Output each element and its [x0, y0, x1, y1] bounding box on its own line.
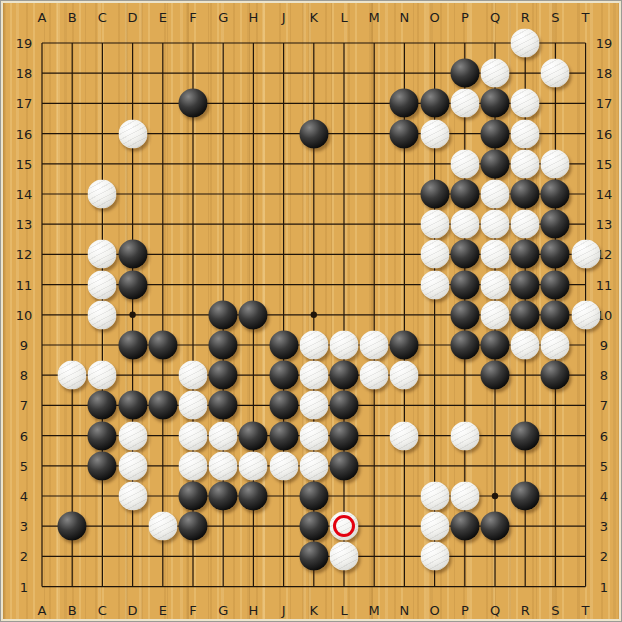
row-label-left-10: 10: [16, 308, 33, 321]
col-label-bottom-C: C: [98, 604, 107, 617]
col-label-top-A: A: [38, 11, 47, 24]
stone-black[interactable]: [330, 451, 359, 480]
stone-white[interactable]: [58, 361, 87, 390]
stone-white[interactable]: [239, 451, 268, 480]
stone-white[interactable]: [299, 361, 328, 390]
stone-black[interactable]: [390, 89, 419, 118]
col-label-top-S: S: [551, 11, 559, 24]
col-label-bottom-A: A: [38, 604, 47, 617]
stone-white[interactable]: [118, 119, 147, 148]
stone-black[interactable]: [541, 180, 570, 209]
stone-white[interactable]: [179, 391, 208, 420]
row-label-right-18: 18: [596, 67, 613, 80]
stone-black[interactable]: [511, 270, 540, 299]
stone-black[interactable]: [481, 512, 510, 541]
col-label-bottom-G: G: [218, 604, 228, 617]
stone-black[interactable]: [118, 240, 147, 269]
row-label-left-19: 19: [16, 37, 33, 50]
stone-white[interactable]: [511, 119, 540, 148]
stone-black[interactable]: [330, 391, 359, 420]
stone-white[interactable]: [511, 89, 540, 118]
go-board[interactable]: AABBCCDDEEFFGGHHJJKKLLMMNNOOPPQQRRSSTT19…: [3, 3, 619, 619]
row-label-right-1: 1: [600, 580, 608, 593]
col-label-top-L: L: [340, 11, 347, 24]
stone-black[interactable]: [269, 391, 298, 420]
stone-white[interactable]: [299, 331, 328, 360]
stone-white[interactable]: [481, 210, 510, 239]
stone-white[interactable]: [179, 361, 208, 390]
col-label-bottom-P: P: [461, 604, 469, 617]
row-label-right-6: 6: [600, 429, 608, 442]
stone-white[interactable]: [420, 512, 449, 541]
row-label-right-4: 4: [600, 490, 608, 503]
stone-white[interactable]: [118, 482, 147, 511]
row-label-left-12: 12: [16, 248, 33, 261]
stone-black[interactable]: [450, 240, 479, 269]
row-label-left-18: 18: [16, 67, 33, 80]
board-frame: AABBCCDDEEFFGGHHJJKKLLMMNNOOPPQQRRSSTT19…: [0, 0, 622, 622]
col-label-top-B: B: [68, 11, 77, 24]
row-label-right-9: 9: [600, 339, 608, 352]
stone-black[interactable]: [481, 361, 510, 390]
col-label-bottom-M: M: [369, 604, 380, 617]
row-label-left-1: 1: [20, 580, 28, 593]
stone-white[interactable]: [88, 270, 117, 299]
stone-white[interactable]: [481, 59, 510, 88]
row-label-left-14: 14: [16, 188, 33, 201]
stone-black[interactable]: [511, 421, 540, 450]
row-label-right-16: 16: [596, 127, 613, 140]
stone-black[interactable]: [420, 89, 449, 118]
stone-white[interactable]: [571, 300, 600, 329]
stone-white[interactable]: [299, 421, 328, 450]
stone-black[interactable]: [269, 331, 298, 360]
stone-black[interactable]: [88, 421, 117, 450]
col-label-top-F: F: [189, 11, 196, 24]
row-label-right-11: 11: [596, 278, 613, 291]
stone-white[interactable]: [450, 210, 479, 239]
stone-white[interactable]: [88, 180, 117, 209]
stone-white[interactable]: [511, 331, 540, 360]
row-label-right-14: 14: [596, 188, 613, 201]
stone-black[interactable]: [148, 331, 177, 360]
stone-black[interactable]: [209, 391, 238, 420]
stone-white[interactable]: [88, 240, 117, 269]
col-label-top-E: E: [159, 11, 167, 24]
stone-white[interactable]: [118, 421, 147, 450]
row-label-left-5: 5: [20, 459, 28, 472]
stone-black[interactable]: [511, 240, 540, 269]
stone-white[interactable]: [390, 361, 419, 390]
col-label-bottom-D: D: [128, 604, 138, 617]
col-label-top-M: M: [369, 11, 380, 24]
stone-white[interactable]: [330, 542, 359, 571]
stone-black[interactable]: [299, 482, 328, 511]
stone-white[interactable]: [541, 149, 570, 178]
col-label-top-H: H: [249, 11, 259, 24]
stone-white[interactable]: [269, 451, 298, 480]
stone-white[interactable]: [450, 482, 479, 511]
last-move-marker: [333, 515, 355, 537]
stone-black[interactable]: [239, 421, 268, 450]
stone-white[interactable]: [420, 542, 449, 571]
stone-black[interactable]: [88, 391, 117, 420]
row-label-left-11: 11: [16, 278, 33, 291]
stone-black[interactable]: [58, 512, 87, 541]
stone-black[interactable]: [209, 482, 238, 511]
stone-black[interactable]: [511, 482, 540, 511]
row-label-right-2: 2: [600, 550, 608, 563]
row-label-left-3: 3: [20, 520, 28, 533]
stone-white[interactable]: [450, 149, 479, 178]
stone-black[interactable]: [209, 331, 238, 360]
row-label-right-17: 17: [596, 97, 613, 110]
stone-black[interactable]: [239, 300, 268, 329]
stone-black[interactable]: [209, 361, 238, 390]
stone-white[interactable]: [481, 270, 510, 299]
stone-white[interactable]: [179, 451, 208, 480]
col-label-bottom-S: S: [551, 604, 559, 617]
stone-black[interactable]: [269, 421, 298, 450]
row-label-left-16: 16: [16, 127, 33, 140]
col-label-bottom-J: J: [282, 604, 286, 617]
stone-black[interactable]: [420, 180, 449, 209]
stone-black[interactable]: [148, 391, 177, 420]
stone-white[interactable]: [450, 89, 479, 118]
col-label-top-Q: Q: [490, 11, 500, 24]
row-label-left-13: 13: [16, 218, 33, 231]
stone-black[interactable]: [179, 89, 208, 118]
stone-white[interactable]: [88, 361, 117, 390]
stone-black[interactable]: [239, 482, 268, 511]
stone-white[interactable]: [390, 421, 419, 450]
stone-black[interactable]: [269, 361, 298, 390]
row-label-left-6: 6: [20, 429, 28, 442]
stone-white[interactable]: [420, 119, 449, 148]
stone-black[interactable]: [481, 149, 510, 178]
stone-black[interactable]: [541, 300, 570, 329]
row-label-right-13: 13: [596, 218, 613, 231]
stone-white[interactable]: [420, 210, 449, 239]
stone-black[interactable]: [299, 119, 328, 148]
stone-black[interactable]: [450, 270, 479, 299]
col-label-bottom-B: B: [68, 604, 77, 617]
stone-white[interactable]: [420, 482, 449, 511]
stone-white[interactable]: [541, 331, 570, 360]
row-label-right-7: 7: [600, 399, 608, 412]
col-label-bottom-N: N: [400, 604, 410, 617]
stone-white[interactable]: [88, 300, 117, 329]
col-label-bottom-L: L: [340, 604, 347, 617]
stone-black[interactable]: [88, 451, 117, 480]
hoshi-point: [129, 312, 135, 318]
col-label-bottom-Q: Q: [490, 604, 500, 617]
row-label-right-5: 5: [600, 459, 608, 472]
stone-white[interactable]: [511, 210, 540, 239]
col-label-bottom-R: R: [521, 604, 530, 617]
stone-white[interactable]: [299, 391, 328, 420]
row-label-right-3: 3: [600, 520, 608, 533]
col-label-top-D: D: [128, 11, 138, 24]
stone-black[interactable]: [511, 180, 540, 209]
col-label-top-K: K: [310, 11, 319, 24]
stone-black[interactable]: [450, 59, 479, 88]
stone-black[interactable]: [450, 331, 479, 360]
stone-black[interactable]: [179, 482, 208, 511]
stone-black[interactable]: [541, 240, 570, 269]
stone-black[interactable]: [330, 421, 359, 450]
row-label-left-2: 2: [20, 550, 28, 563]
stone-white[interactable]: [299, 451, 328, 480]
stone-black[interactable]: [299, 512, 328, 541]
row-label-left-8: 8: [20, 369, 28, 382]
col-label-top-C: C: [98, 11, 107, 24]
stone-white[interactable]: [420, 270, 449, 299]
col-label-top-R: R: [521, 11, 530, 24]
col-label-bottom-F: F: [189, 604, 196, 617]
col-label-bottom-E: E: [159, 604, 167, 617]
row-label-right-19: 19: [596, 37, 613, 50]
stone-black[interactable]: [299, 542, 328, 571]
stone-white[interactable]: [360, 331, 389, 360]
stone-black[interactable]: [118, 391, 147, 420]
stone-white[interactable]: [360, 361, 389, 390]
col-label-bottom-H: H: [249, 604, 259, 617]
stone-black[interactable]: [481, 331, 510, 360]
stone-white[interactable]: [511, 149, 540, 178]
row-label-right-8: 8: [600, 369, 608, 382]
hoshi-point: [492, 493, 498, 499]
col-label-top-O: O: [429, 11, 439, 24]
stone-black[interactable]: [209, 300, 238, 329]
col-label-top-T: T: [582, 11, 590, 24]
stone-white[interactable]: [330, 331, 359, 360]
stone-white[interactable]: [541, 59, 570, 88]
stone-black[interactable]: [541, 210, 570, 239]
stone-black[interactable]: [481, 119, 510, 148]
stone-white[interactable]: [179, 421, 208, 450]
stone-white[interactable]: [450, 421, 479, 450]
stone-white[interactable]: [209, 421, 238, 450]
stone-black[interactable]: [450, 512, 479, 541]
stone-white[interactable]: [511, 29, 540, 58]
col-label-top-J: J: [282, 11, 286, 24]
stone-white[interactable]: [209, 451, 238, 480]
col-label-bottom-O: O: [429, 604, 439, 617]
row-label-left-9: 9: [20, 339, 28, 352]
stone-white[interactable]: [420, 240, 449, 269]
col-label-top-N: N: [400, 11, 410, 24]
hoshi-point: [311, 312, 317, 318]
stone-white[interactable]: [148, 512, 177, 541]
stone-black[interactable]: [450, 300, 479, 329]
row-label-left-4: 4: [20, 490, 28, 503]
col-label-top-G: G: [218, 11, 228, 24]
row-label-left-15: 15: [16, 157, 33, 170]
stone-black[interactable]: [390, 119, 419, 148]
stone-white[interactable]: [571, 240, 600, 269]
stone-black[interactable]: [330, 361, 359, 390]
stone-black[interactable]: [541, 270, 570, 299]
col-label-top-P: P: [461, 11, 469, 24]
row-label-left-17: 17: [16, 97, 33, 110]
stone-black[interactable]: [179, 512, 208, 541]
stone-white[interactable]: [481, 240, 510, 269]
row-label-right-15: 15: [596, 157, 613, 170]
row-label-left-7: 7: [20, 399, 28, 412]
col-label-bottom-T: T: [582, 604, 590, 617]
stone-black[interactable]: [118, 331, 147, 360]
stone-black[interactable]: [541, 361, 570, 390]
stone-white[interactable]: [118, 451, 147, 480]
col-label-bottom-K: K: [310, 604, 319, 617]
stone-black[interactable]: [481, 89, 510, 118]
stone-black[interactable]: [511, 300, 540, 329]
stone-white[interactable]: [481, 180, 510, 209]
stone-black[interactable]: [390, 331, 419, 360]
stone-black[interactable]: [450, 180, 479, 209]
stone-black[interactable]: [118, 270, 147, 299]
stone-white[interactable]: [481, 300, 510, 329]
